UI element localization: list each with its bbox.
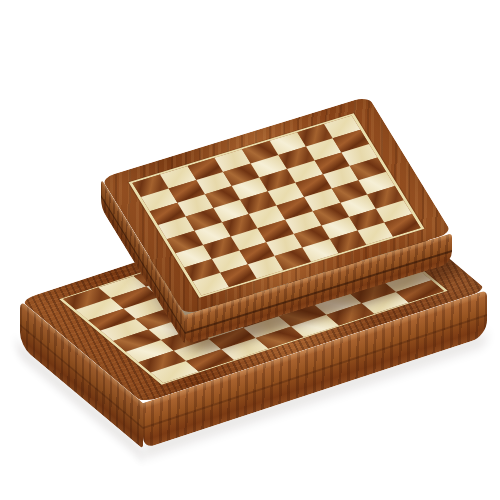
chess-set-product-photo: [0, 0, 500, 500]
